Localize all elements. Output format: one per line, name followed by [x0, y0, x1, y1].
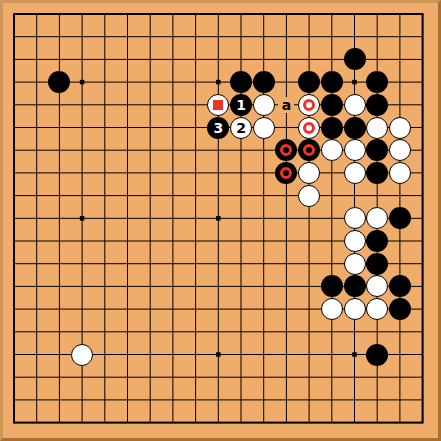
white-stone [389, 117, 411, 139]
white-stone [321, 298, 343, 320]
black-stone [366, 253, 388, 275]
circle-mark [303, 122, 315, 134]
move-number: 3 [213, 121, 223, 135]
square-mark [213, 100, 223, 110]
black-stone [253, 71, 275, 93]
black-stone [344, 48, 366, 70]
black-stone [321, 94, 343, 116]
white-stone [298, 185, 320, 207]
black-stone: 3 [207, 117, 229, 139]
white-stone [207, 94, 229, 116]
white-stone [298, 94, 320, 116]
white-stone [344, 253, 366, 275]
circle-mark [303, 144, 315, 156]
black-stone [321, 117, 343, 139]
move-number: 1 [236, 98, 246, 112]
white-stone: 2 [230, 117, 252, 139]
circle-mark [280, 144, 292, 156]
white-stone [344, 207, 366, 229]
black-stone [344, 117, 366, 139]
circle-mark [303, 99, 315, 111]
black-stone [366, 162, 388, 184]
move-number: 2 [236, 121, 246, 135]
white-stone [366, 117, 388, 139]
white-stone [71, 344, 93, 366]
white-stone [253, 117, 275, 139]
black-stone [389, 298, 411, 320]
white-stone [344, 94, 366, 116]
black-stone [366, 344, 388, 366]
black-stone [230, 71, 252, 93]
white-stone [344, 298, 366, 320]
circle-mark [280, 167, 292, 179]
white-stone [253, 94, 275, 116]
go-board[interactable]: 132a [0, 0, 441, 441]
black-stone [321, 71, 343, 93]
black-stone [344, 275, 366, 297]
white-stone [298, 117, 320, 139]
point-label: a [278, 97, 294, 113]
white-stone [344, 162, 366, 184]
white-stone [344, 139, 366, 161]
black-stone: 1 [230, 94, 252, 116]
white-stone [344, 230, 366, 252]
white-stone [321, 139, 343, 161]
black-stone [366, 94, 388, 116]
white-stone [389, 139, 411, 161]
white-stone [389, 162, 411, 184]
white-stone [298, 162, 320, 184]
